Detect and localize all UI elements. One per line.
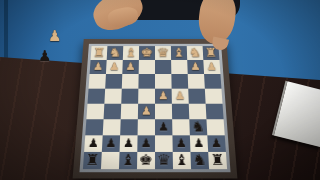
square-e7[interactable]: ♟ <box>137 135 155 152</box>
tray-black-pawn: ♟ <box>38 48 51 65</box>
square-d8[interactable]: ♛ <box>155 152 173 169</box>
piece-bN-b8[interactable]: ♞ <box>192 152 207 169</box>
piece-wP-a2[interactable]: ♟ <box>206 60 217 74</box>
square-h7[interactable]: ♟ <box>84 135 103 152</box>
square-g2[interactable]: ♟ <box>106 60 123 74</box>
square-h1[interactable]: ♜ <box>91 46 108 60</box>
piece-wK-e1[interactable]: ♚ <box>141 46 154 60</box>
piece-bP-c7[interactable]: ♟ <box>176 135 188 152</box>
piece-wP-c4[interactable]: ♟ <box>175 89 186 104</box>
square-c7[interactable]: ♟ <box>172 135 190 152</box>
piece-bP-f7[interactable]: ♟ <box>123 135 135 152</box>
square-f2[interactable]: ♟ <box>122 60 139 74</box>
wall-corner-edge <box>4 0 8 60</box>
piece-wP-b2[interactable]: ♟ <box>190 60 201 74</box>
square-e5[interactable]: ♟ <box>138 104 155 120</box>
square-g4[interactable] <box>104 89 121 104</box>
square-d6[interactable]: ♟ <box>155 119 172 135</box>
square-h5[interactable] <box>86 104 104 120</box>
square-c3[interactable] <box>171 74 188 89</box>
square-e6[interactable] <box>138 119 155 135</box>
piece-wP-f2[interactable]: ♟ <box>125 60 136 74</box>
square-h8[interactable]: ♜ <box>83 152 102 169</box>
square-b1[interactable]: ♞ <box>187 46 204 60</box>
square-c5[interactable] <box>172 104 189 120</box>
square-c1[interactable]: ♝ <box>171 46 187 60</box>
square-d7[interactable] <box>155 135 173 152</box>
square-g3[interactable] <box>105 74 122 89</box>
square-f7[interactable]: ♟ <box>120 135 138 152</box>
piece-wP-h2[interactable]: ♟ <box>93 60 104 74</box>
square-e4[interactable] <box>138 89 155 104</box>
square-b5[interactable] <box>189 104 207 120</box>
square-f8[interactable]: ♝ <box>119 152 137 169</box>
square-b6[interactable]: ♞ <box>189 119 207 135</box>
square-h6[interactable] <box>85 119 103 135</box>
square-e3[interactable] <box>138 74 155 89</box>
square-d2[interactable] <box>155 60 171 74</box>
piece-bQ-d8[interactable]: ♛ <box>157 152 171 169</box>
chess-board: ♜♞♝♚♛♝♞♜♟♟♟♟♟♟♟♟♟♞♟♟♟♟♟♟♟♜♝♚♛♝♞♜ <box>73 39 238 178</box>
square-a4[interactable] <box>205 89 223 104</box>
square-c8[interactable]: ♝ <box>173 152 191 169</box>
square-d3[interactable] <box>155 74 172 89</box>
piece-wN-g1[interactable]: ♞ <box>108 46 121 60</box>
square-a3[interactable] <box>204 74 221 89</box>
square-b2[interactable]: ♟ <box>187 60 204 74</box>
piece-bR-a8[interactable]: ♜ <box>210 152 225 169</box>
square-c2[interactable] <box>171 60 188 74</box>
square-f1[interactable]: ♝ <box>123 46 139 60</box>
square-g7[interactable]: ♟ <box>102 135 120 152</box>
square-d4[interactable]: ♟ <box>155 89 172 104</box>
piece-bP-a7[interactable]: ♟ <box>210 135 222 152</box>
square-e1[interactable]: ♚ <box>139 46 155 60</box>
square-d1[interactable]: ♛ <box>155 46 171 60</box>
piece-wP-g2[interactable]: ♟ <box>109 60 120 74</box>
piece-bP-e7[interactable]: ♟ <box>141 135 152 152</box>
piece-wP-d4[interactable]: ♟ <box>158 89 169 104</box>
piece-bB-f8[interactable]: ♝ <box>121 152 136 169</box>
piece-bP-h7[interactable]: ♟ <box>87 135 99 152</box>
piece-bB-c8[interactable]: ♝ <box>175 152 190 169</box>
square-a2[interactable]: ♟ <box>203 60 220 74</box>
piece-bP-d6[interactable]: ♟ <box>158 119 169 135</box>
piece-wB-f1[interactable]: ♝ <box>124 46 137 60</box>
square-c4[interactable]: ♟ <box>172 89 189 104</box>
square-b7[interactable]: ♟ <box>190 135 208 152</box>
square-d5[interactable] <box>155 104 172 120</box>
piece-bR-h8[interactable]: ♜ <box>85 152 100 169</box>
square-e8[interactable]: ♚ <box>137 152 155 169</box>
piece-wQ-d1[interactable]: ♛ <box>157 46 170 60</box>
square-a7[interactable]: ♟ <box>207 135 226 152</box>
piece-wN-b1[interactable]: ♞ <box>188 46 201 60</box>
captured-piece-tray: ♟ ♟ <box>38 28 66 72</box>
board-squares: ♜♞♝♚♛♝♞♜♟♟♟♟♟♟♟♟♟♞♟♟♟♟♟♟♟♜♝♚♛♝♞♜ <box>83 46 227 169</box>
board-silver-trim: ♜♞♝♚♛♝♞♜♟♟♟♟♟♟♟♟♟♞♟♟♟♟♟♟♟♜♝♚♛♝♞♜ <box>79 44 230 172</box>
square-g1[interactable]: ♞ <box>107 46 124 60</box>
piece-bK-e8[interactable]: ♚ <box>139 152 153 169</box>
square-b3[interactable] <box>188 74 205 89</box>
square-a6[interactable] <box>206 119 224 135</box>
piece-bP-b7[interactable]: ♟ <box>193 135 205 152</box>
square-b8[interactable]: ♞ <box>190 152 209 169</box>
piece-wB-c1[interactable]: ♝ <box>173 46 186 60</box>
square-e2[interactable] <box>139 60 155 74</box>
square-g5[interactable] <box>104 104 122 120</box>
board-frame: ♜♞♝♚♛♝♞♜♟♟♟♟♟♟♟♟♟♞♟♟♟♟♟♟♟♜♝♚♛♝♞♜ <box>73 39 238 178</box>
square-h2[interactable]: ♟ <box>90 60 107 74</box>
piece-bP-g7[interactable]: ♟ <box>105 135 117 152</box>
square-h4[interactable] <box>87 89 105 104</box>
piece-wP-e5[interactable]: ♟ <box>141 104 152 120</box>
square-a8[interactable]: ♜ <box>208 152 227 169</box>
square-f4[interactable] <box>121 89 138 104</box>
tray-white-pawn: ♟ <box>48 28 61 45</box>
square-f3[interactable] <box>122 74 139 89</box>
square-c6[interactable] <box>172 119 190 135</box>
piece-bN-b6[interactable]: ♞ <box>191 119 205 135</box>
square-f6[interactable] <box>120 119 138 135</box>
square-h3[interactable] <box>89 74 106 89</box>
square-g8[interactable] <box>101 152 120 169</box>
square-b4[interactable] <box>188 89 205 104</box>
piece-wR-h1[interactable]: ♜ <box>92 46 105 60</box>
square-a5[interactable] <box>206 104 224 120</box>
photo-scene: ♜♞♝♚♛♝♞♜♟♟♟♟♟♟♟♟♟♞♟♟♟♟♟♟♟♜♝♚♛♝♞♜ ♟ ♟ <box>0 0 320 180</box>
square-g6[interactable] <box>103 119 121 135</box>
square-f5[interactable] <box>121 104 138 120</box>
